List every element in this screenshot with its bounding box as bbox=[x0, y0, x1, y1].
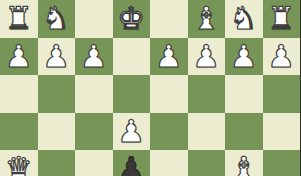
square-d4[interactable] bbox=[150, 113, 188, 151]
square-e2[interactable] bbox=[113, 38, 151, 76]
white-pawn-b2[interactable]: ♟ bbox=[225, 38, 263, 76]
chess-board-grid: ♜♞♚♝♞♜♟♟♟♟♟♟♟♟♛♟♝ bbox=[0, 0, 300, 176]
square-c4[interactable] bbox=[188, 113, 226, 151]
chess-board: ♜♞♚♝♞♜♟♟♟♟♟♟♟♟♛♟♝ bbox=[0, 0, 300, 176]
white-king-e1[interactable]: ♚ bbox=[113, 0, 151, 38]
square-e1[interactable]: ♚ bbox=[113, 0, 151, 38]
square-h4[interactable] bbox=[0, 113, 38, 151]
white-pawn-f2[interactable]: ♟ bbox=[75, 38, 113, 76]
square-h5[interactable]: ♛ bbox=[0, 150, 38, 176]
white-rook-h1[interactable]: ♜ bbox=[0, 0, 38, 38]
square-d3[interactable] bbox=[150, 75, 188, 113]
white-knight-g1[interactable]: ♞ bbox=[38, 0, 76, 38]
white-pawn-h2[interactable]: ♟ bbox=[0, 38, 38, 76]
square-e5[interactable]: ♟ bbox=[113, 150, 151, 176]
square-b3[interactable] bbox=[225, 75, 263, 113]
square-a3[interactable] bbox=[263, 75, 301, 113]
square-e3[interactable] bbox=[113, 75, 151, 113]
white-bishop-b5[interactable]: ♝ bbox=[225, 150, 263, 176]
square-b2[interactable]: ♟ bbox=[225, 38, 263, 76]
square-h3[interactable] bbox=[0, 75, 38, 113]
white-rook-a1[interactable]: ♜ bbox=[263, 0, 301, 38]
square-c1[interactable]: ♝ bbox=[188, 0, 226, 38]
white-pawn-e4[interactable]: ♟ bbox=[113, 113, 151, 151]
square-c3[interactable] bbox=[188, 75, 226, 113]
white-pawn-g2[interactable]: ♟ bbox=[38, 38, 76, 76]
white-pawn-c2[interactable]: ♟ bbox=[188, 38, 226, 76]
square-f4[interactable] bbox=[75, 113, 113, 151]
square-g5[interactable] bbox=[38, 150, 76, 176]
square-g1[interactable]: ♞ bbox=[38, 0, 76, 38]
square-f1[interactable] bbox=[75, 0, 113, 38]
square-g4[interactable] bbox=[38, 113, 76, 151]
square-a2[interactable]: ♟ bbox=[263, 38, 301, 76]
square-a1[interactable]: ♜ bbox=[263, 0, 301, 38]
square-g3[interactable] bbox=[38, 75, 76, 113]
square-h1[interactable]: ♜ bbox=[0, 0, 38, 38]
square-b1[interactable]: ♞ bbox=[225, 0, 263, 38]
square-a4[interactable] bbox=[263, 113, 301, 151]
square-e4[interactable]: ♟ bbox=[113, 113, 151, 151]
white-queen-h5[interactable]: ♛ bbox=[0, 150, 38, 176]
square-b5[interactable]: ♝ bbox=[225, 150, 263, 176]
square-f2[interactable]: ♟ bbox=[75, 38, 113, 76]
square-c5[interactable] bbox=[188, 150, 226, 176]
square-b4[interactable] bbox=[225, 113, 263, 151]
square-d1[interactable] bbox=[150, 0, 188, 38]
white-pawn-a2[interactable]: ♟ bbox=[263, 38, 301, 76]
square-h2[interactable]: ♟ bbox=[0, 38, 38, 76]
square-c2[interactable]: ♟ bbox=[188, 38, 226, 76]
black-pawn-e5[interactable]: ♟ bbox=[113, 150, 151, 176]
square-a5[interactable] bbox=[263, 150, 301, 176]
square-f3[interactable] bbox=[75, 75, 113, 113]
square-g2[interactable]: ♟ bbox=[38, 38, 76, 76]
square-d5[interactable] bbox=[150, 150, 188, 176]
square-f5[interactable] bbox=[75, 150, 113, 176]
white-bishop-c1[interactable]: ♝ bbox=[188, 0, 226, 38]
square-d2[interactable]: ♟ bbox=[150, 38, 188, 76]
white-pawn-d2[interactable]: ♟ bbox=[150, 38, 188, 76]
white-knight-b1[interactable]: ♞ bbox=[225, 0, 263, 38]
